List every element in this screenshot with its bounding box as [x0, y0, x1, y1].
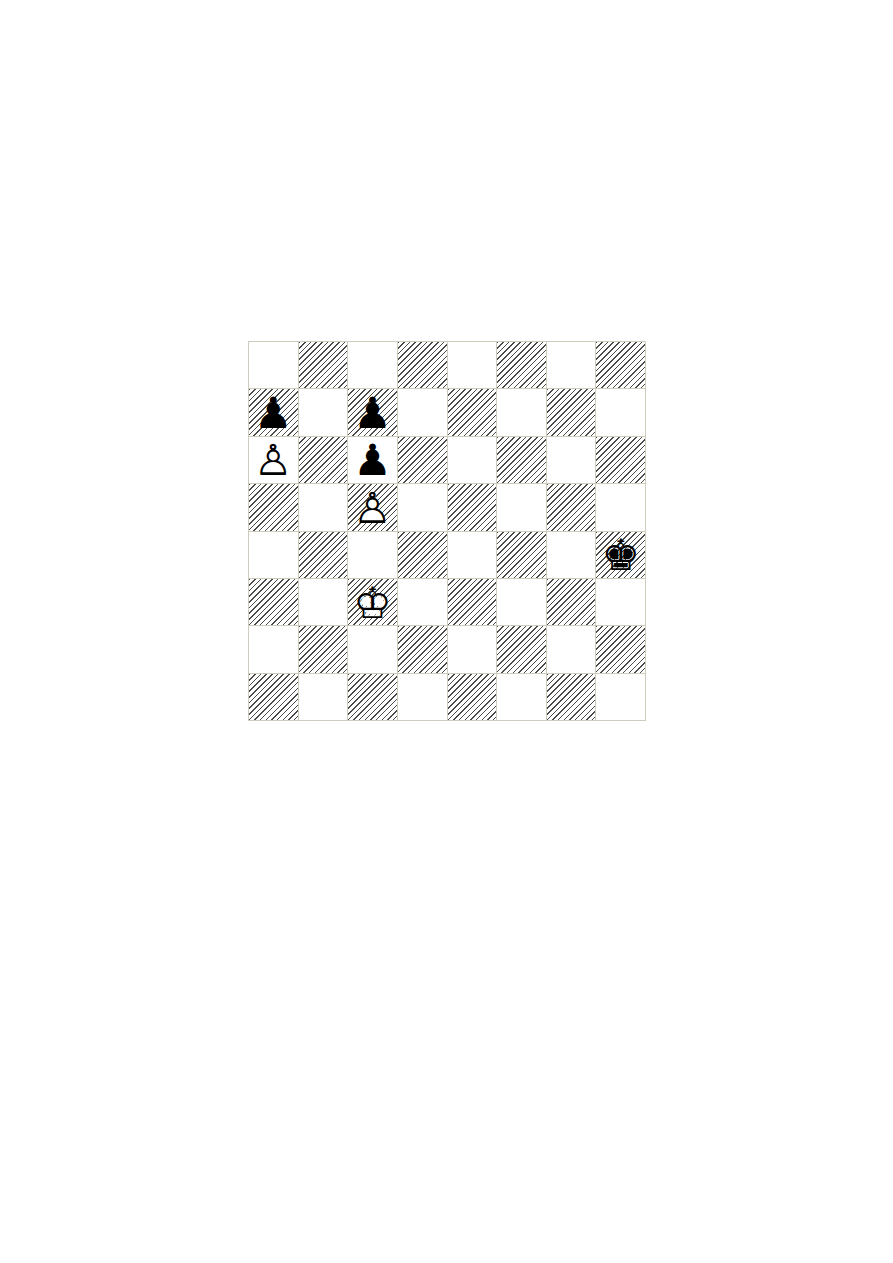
- square-e6[interactable]: [448, 437, 497, 483]
- square-b6[interactable]: [299, 437, 348, 483]
- square-c2[interactable]: [348, 626, 397, 672]
- square-c5[interactable]: ♟♙: [348, 484, 397, 530]
- black-pawn-c6: ♟: [348, 437, 397, 483]
- square-g1[interactable]: [547, 674, 596, 720]
- square-c8[interactable]: [348, 342, 397, 388]
- square-g4[interactable]: [547, 532, 596, 578]
- square-h6[interactable]: [596, 437, 645, 483]
- square-b8[interactable]: [299, 342, 348, 388]
- square-a5[interactable]: [249, 484, 298, 530]
- black-pawn-c7: ♟: [348, 389, 397, 435]
- white-king-c3: ♚♔: [348, 579, 397, 625]
- square-d8[interactable]: [398, 342, 447, 388]
- square-e4[interactable]: [448, 532, 497, 578]
- square-f3[interactable]: [497, 579, 546, 625]
- black-pawn-a7: ♟: [249, 389, 298, 435]
- square-a4[interactable]: [249, 532, 298, 578]
- square-d1[interactable]: [398, 674, 447, 720]
- square-h7[interactable]: [596, 389, 645, 435]
- square-f4[interactable]: [497, 532, 546, 578]
- square-e2[interactable]: [448, 626, 497, 672]
- square-h8[interactable]: [596, 342, 645, 388]
- square-c1[interactable]: [348, 674, 397, 720]
- square-g7[interactable]: [547, 389, 596, 435]
- square-b4[interactable]: [299, 532, 348, 578]
- black-king-h4: ♚: [596, 532, 645, 578]
- square-c6[interactable]: ♟: [348, 437, 397, 483]
- square-c4[interactable]: [348, 532, 397, 578]
- square-f8[interactable]: [497, 342, 546, 388]
- square-g8[interactable]: [547, 342, 596, 388]
- square-f7[interactable]: [497, 389, 546, 435]
- square-d4[interactable]: [398, 532, 447, 578]
- square-b3[interactable]: [299, 579, 348, 625]
- white-pawn-icon: ♙: [249, 438, 298, 483]
- white-pawn-icon: ♙: [348, 485, 397, 530]
- square-e7[interactable]: [448, 389, 497, 435]
- square-h1[interactable]: [596, 674, 645, 720]
- square-b1[interactable]: [299, 674, 348, 720]
- square-f6[interactable]: [497, 437, 546, 483]
- black-king-icon: ♚: [596, 533, 645, 578]
- square-d5[interactable]: [398, 484, 447, 530]
- square-a2[interactable]: [249, 626, 298, 672]
- square-f5[interactable]: [497, 484, 546, 530]
- square-e1[interactable]: [448, 674, 497, 720]
- page: ♟♟♟♙♟♟♙♚♚♔: [0, 0, 893, 1263]
- square-h4[interactable]: ♚: [596, 532, 645, 578]
- square-b2[interactable]: [299, 626, 348, 672]
- chess-board: ♟♟♟♙♟♟♙♚♚♔: [248, 341, 646, 721]
- white-king-icon: ♔: [348, 580, 397, 625]
- square-f1[interactable]: [497, 674, 546, 720]
- square-d3[interactable]: [398, 579, 447, 625]
- square-g6[interactable]: [547, 437, 596, 483]
- square-f2[interactable]: [497, 626, 546, 672]
- square-a1[interactable]: [249, 674, 298, 720]
- square-a3[interactable]: [249, 579, 298, 625]
- black-pawn-icon: ♟: [348, 390, 397, 435]
- square-h3[interactable]: [596, 579, 645, 625]
- square-d7[interactable]: [398, 389, 447, 435]
- white-pawn-c5: ♟♙: [348, 484, 397, 530]
- square-c3[interactable]: ♚♔: [348, 579, 397, 625]
- white-pawn-a6: ♟♙: [249, 437, 298, 483]
- square-g2[interactable]: [547, 626, 596, 672]
- square-b5[interactable]: [299, 484, 348, 530]
- square-e5[interactable]: [448, 484, 497, 530]
- square-c7[interactable]: ♟: [348, 389, 397, 435]
- black-pawn-icon: ♟: [249, 390, 298, 435]
- square-b7[interactable]: [299, 389, 348, 435]
- square-g3[interactable]: [547, 579, 596, 625]
- square-d2[interactable]: [398, 626, 447, 672]
- square-a8[interactable]: [249, 342, 298, 388]
- square-a6[interactable]: ♟♙: [249, 437, 298, 483]
- black-pawn-icon: ♟: [348, 438, 397, 483]
- square-g5[interactable]: [547, 484, 596, 530]
- square-h5[interactable]: [596, 484, 645, 530]
- square-a7[interactable]: ♟: [249, 389, 298, 435]
- square-d6[interactable]: [398, 437, 447, 483]
- square-e8[interactable]: [448, 342, 497, 388]
- square-h2[interactable]: [596, 626, 645, 672]
- square-e3[interactable]: [448, 579, 497, 625]
